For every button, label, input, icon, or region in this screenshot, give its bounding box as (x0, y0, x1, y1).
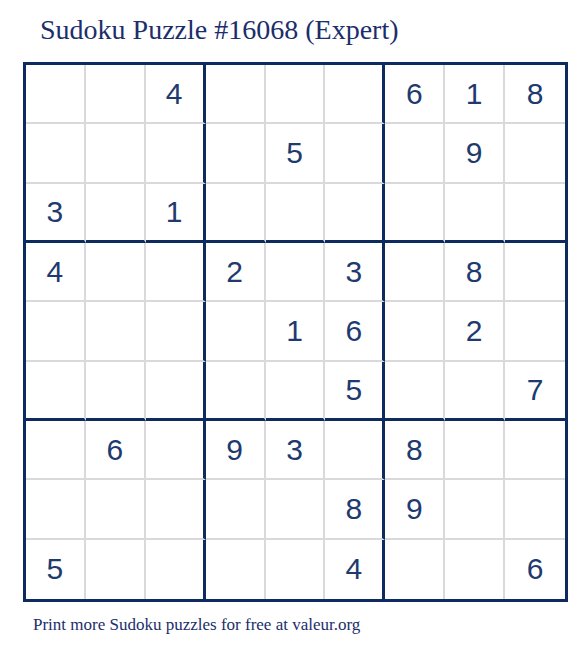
sudoku-cell-r7c2: 6 (86, 421, 146, 480)
sudoku-cell-r9c8 (445, 540, 505, 599)
sudoku-cell-r3c4 (206, 184, 266, 243)
sudoku-cell-r1c1 (26, 65, 86, 124)
sudoku-cell-r1c2 (86, 65, 146, 124)
sudoku-cell-r2c4 (206, 124, 266, 183)
sudoku-cell-r4c4: 2 (206, 243, 266, 302)
sudoku-cell-r2c5: 5 (266, 124, 326, 183)
sudoku-cell-r4c2 (86, 243, 146, 302)
sudoku-cell-r6c7 (385, 362, 445, 421)
sudoku-cell-r7c1 (26, 421, 86, 480)
sudoku-cell-r1c7: 6 (385, 65, 445, 124)
sudoku-cell-r6c6: 5 (325, 362, 385, 421)
sudoku-cell-r6c9: 7 (505, 362, 565, 421)
sudoku-cell-r7c3 (146, 421, 206, 480)
sudoku-cell-r9c9: 6 (505, 540, 565, 599)
footer-text: Print more Sudoku puzzles for free at va… (33, 615, 360, 635)
sudoku-cell-r5c1 (26, 302, 86, 361)
sudoku-cell-r1c5 (266, 65, 326, 124)
sudoku-cell-r6c4 (206, 362, 266, 421)
sudoku-board: 46185931423816257693889546 (23, 62, 568, 602)
page-title: Sudoku Puzzle #16068 (Expert) (40, 14, 399, 46)
sudoku-cell-r7c4: 9 (206, 421, 266, 480)
sudoku-cell-r3c7 (385, 184, 445, 243)
sudoku-cell-r2c8: 9 (445, 124, 505, 183)
sudoku-cell-r7c7: 8 (385, 421, 445, 480)
sudoku-cell-r1c9: 8 (505, 65, 565, 124)
sudoku-cell-r3c9 (505, 184, 565, 243)
sudoku-cell-r8c6: 8 (325, 480, 385, 539)
sudoku-cell-r9c5 (266, 540, 326, 599)
sudoku-cell-r1c8: 1 (445, 65, 505, 124)
sudoku-cell-r8c7: 9 (385, 480, 445, 539)
sudoku-cell-r4c5 (266, 243, 326, 302)
sudoku-cell-r8c9 (505, 480, 565, 539)
sudoku-cell-r8c5 (266, 480, 326, 539)
sudoku-cell-r3c8 (445, 184, 505, 243)
sudoku-cell-r3c5 (266, 184, 326, 243)
sudoku-cell-r9c4 (206, 540, 266, 599)
sudoku-cell-r7c9 (505, 421, 565, 480)
sudoku-cell-r7c5: 3 (266, 421, 326, 480)
sudoku-cell-r2c9 (505, 124, 565, 183)
sudoku-cell-r9c6: 4 (325, 540, 385, 599)
sudoku-cell-r8c2 (86, 480, 146, 539)
sudoku-cell-r6c2 (86, 362, 146, 421)
sudoku-cell-r9c3 (146, 540, 206, 599)
sudoku-cell-r3c1: 3 (26, 184, 86, 243)
sudoku-cell-r3c6 (325, 184, 385, 243)
sudoku-cell-r5c8: 2 (445, 302, 505, 361)
sudoku-cell-r3c3: 1 (146, 184, 206, 243)
sudoku-cell-r3c2 (86, 184, 146, 243)
sudoku-cell-r5c9 (505, 302, 565, 361)
sudoku-cell-r6c1 (26, 362, 86, 421)
sudoku-cell-r8c1 (26, 480, 86, 539)
sudoku-cell-r2c2 (86, 124, 146, 183)
sudoku-cell-r2c1 (26, 124, 86, 183)
sudoku-cell-r1c4 (206, 65, 266, 124)
sudoku-cell-r2c7 (385, 124, 445, 183)
sudoku-cell-r5c5: 1 (266, 302, 326, 361)
sudoku-cell-r4c1: 4 (26, 243, 86, 302)
sudoku-cell-r1c3: 4 (146, 65, 206, 124)
sudoku-cell-r5c4 (206, 302, 266, 361)
sudoku-cell-r4c8: 8 (445, 243, 505, 302)
sudoku-cell-r2c6 (325, 124, 385, 183)
sudoku-cell-r8c8 (445, 480, 505, 539)
sudoku-cell-r9c1: 5 (26, 540, 86, 599)
sudoku-cell-r8c4 (206, 480, 266, 539)
sudoku-cell-r6c5 (266, 362, 326, 421)
sudoku-cell-r5c7 (385, 302, 445, 361)
sudoku-cell-r4c7 (385, 243, 445, 302)
sudoku-cell-r6c3 (146, 362, 206, 421)
sudoku-cell-r5c6: 6 (325, 302, 385, 361)
sudoku-cell-r5c3 (146, 302, 206, 361)
sudoku-cell-r2c3 (146, 124, 206, 183)
sudoku-cell-r1c6 (325, 65, 385, 124)
sudoku-cell-r9c2 (86, 540, 146, 599)
sudoku-cell-r4c9 (505, 243, 565, 302)
sudoku-cell-r9c7 (385, 540, 445, 599)
sudoku-cell-r5c2 (86, 302, 146, 361)
sudoku-cell-r7c6 (325, 421, 385, 480)
sudoku-cell-r6c8 (445, 362, 505, 421)
sudoku-print-page: Sudoku Puzzle #16068 (Expert) 4618593142… (0, 0, 580, 651)
sudoku-cell-r4c6: 3 (325, 243, 385, 302)
sudoku-cell-r4c3 (146, 243, 206, 302)
sudoku-cell-r7c8 (445, 421, 505, 480)
sudoku-cell-r8c3 (146, 480, 206, 539)
